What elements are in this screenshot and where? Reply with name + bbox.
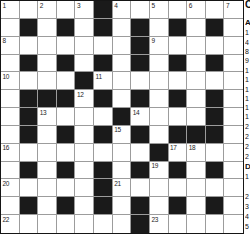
clue-number-11: 11 bbox=[96, 73, 102, 80]
across-clue-number-20: 2 bbox=[245, 123, 249, 130]
white-cell-r3c7[interactable] bbox=[113, 37, 132, 55]
black-cell-r10c8 bbox=[131, 162, 150, 180]
across-clue-number-16: 1 bbox=[245, 104, 249, 111]
white-cell-r9c13[interactable] bbox=[224, 144, 243, 162]
clue-column-clipped: CA14891111112222D12345 bbox=[245, 0, 250, 234]
white-cell-r9c1[interactable]: 16 bbox=[1, 144, 20, 162]
clue-number-5: 5 bbox=[151, 2, 154, 9]
white-cell-r12c3[interactable] bbox=[38, 197, 57, 215]
across-clue-number-13: 1 bbox=[245, 86, 249, 93]
clue-number-7: 7 bbox=[226, 2, 229, 9]
across-clue-number-22: 2 bbox=[245, 143, 249, 150]
white-cell-r13c3[interactable] bbox=[38, 215, 57, 233]
black-cell-r8c11 bbox=[187, 126, 206, 144]
down-clue-number-1: 1 bbox=[245, 173, 249, 180]
white-cell-r3c9[interactable]: 9 bbox=[150, 37, 169, 55]
clue-number-23: 23 bbox=[151, 216, 158, 223]
white-cell-r6c11[interactable] bbox=[187, 90, 206, 108]
white-cell-r3c6[interactable] bbox=[94, 37, 113, 55]
black-cell-r4c10 bbox=[169, 55, 188, 73]
across-clue-number-1: 1 bbox=[245, 29, 249, 36]
crossword-grid: 1234567891011121314151617181920212223 bbox=[0, 0, 244, 234]
white-cell-r9c4[interactable] bbox=[57, 144, 76, 162]
clue-number-4: 4 bbox=[114, 2, 117, 9]
black-cell-r2c2 bbox=[20, 19, 39, 37]
white-cell-r6c5[interactable]: 12 bbox=[75, 90, 94, 108]
white-cell-r8c3[interactable] bbox=[38, 126, 57, 144]
clue-number-18: 18 bbox=[189, 144, 196, 151]
white-cell-r6c7[interactable] bbox=[113, 90, 132, 108]
white-cell-r3c1[interactable]: 8 bbox=[1, 37, 20, 55]
white-cell-r13c9[interactable]: 23 bbox=[150, 215, 169, 233]
white-cell-r5c11[interactable] bbox=[187, 72, 206, 90]
white-cell-r11c9[interactable] bbox=[150, 179, 169, 197]
white-cell-r13c6[interactable] bbox=[94, 215, 113, 233]
white-cell-r11c3[interactable] bbox=[38, 179, 57, 197]
white-cell-r3c11[interactable] bbox=[187, 37, 206, 55]
white-cell-r2c13[interactable] bbox=[224, 19, 243, 37]
clue-number-3: 3 bbox=[77, 2, 80, 9]
white-cell-r4c7[interactable] bbox=[113, 55, 132, 73]
white-cell-r10c11[interactable] bbox=[187, 162, 206, 180]
across-clue-number-17: 1 bbox=[245, 113, 249, 120]
white-cell-r5c2[interactable] bbox=[20, 72, 39, 90]
across-clue-number-21: 2 bbox=[245, 133, 249, 140]
white-cell-r13c10[interactable] bbox=[169, 215, 188, 233]
black-cell-r10c12 bbox=[206, 162, 225, 180]
white-cell-r3c3[interactable] bbox=[38, 37, 57, 55]
clue-number-17: 17 bbox=[170, 144, 177, 151]
black-cell-r10c2 bbox=[20, 162, 39, 180]
clue-number-20: 20 bbox=[3, 180, 10, 187]
white-cell-r9c3[interactable] bbox=[38, 144, 57, 162]
down-clue-number-4: 4 bbox=[245, 213, 249, 220]
white-cell-r11c5[interactable] bbox=[75, 179, 94, 197]
white-cell-r2c1[interactable] bbox=[1, 19, 20, 37]
clue-number-19: 19 bbox=[151, 162, 158, 169]
white-cell-r13c12[interactable] bbox=[206, 215, 225, 233]
white-cell-r10c1[interactable] bbox=[1, 162, 20, 180]
black-cell-r11c6 bbox=[94, 179, 113, 197]
white-cell-r1c10[interactable] bbox=[169, 1, 188, 19]
black-cell-r12c10 bbox=[169, 197, 188, 215]
black-cell-r4c12 bbox=[206, 55, 225, 73]
down-clue-number-5: 5 bbox=[245, 223, 249, 230]
white-cell-r8c7[interactable]: 15 bbox=[113, 126, 132, 144]
white-cell-r10c9[interactable]: 19 bbox=[150, 162, 169, 180]
black-cell-r8c2 bbox=[20, 126, 39, 144]
white-cell-r2c9[interactable] bbox=[150, 19, 169, 37]
black-cell-r13c8 bbox=[131, 215, 150, 233]
white-cell-r1c11[interactable]: 6 bbox=[187, 1, 206, 19]
black-cell-r12c12 bbox=[206, 197, 225, 215]
white-cell-r1c8[interactable] bbox=[131, 1, 150, 19]
down-heading-fragment: D bbox=[245, 163, 250, 171]
black-cell-r6c12 bbox=[206, 90, 225, 108]
white-cell-r11c10[interactable] bbox=[169, 179, 188, 197]
black-cell-r10c6 bbox=[94, 162, 113, 180]
puzzle-title-fragment: C bbox=[245, 0, 250, 10]
white-cell-r13c4[interactable] bbox=[57, 215, 76, 233]
white-cell-r12c7[interactable] bbox=[113, 197, 132, 215]
black-cell-r8c6 bbox=[94, 126, 113, 144]
white-cell-r4c3[interactable] bbox=[38, 55, 57, 73]
black-cell-r12c2 bbox=[20, 197, 39, 215]
black-cell-r8c10 bbox=[169, 126, 188, 144]
black-cell-r6c8 bbox=[131, 90, 150, 108]
white-cell-r9c5[interactable] bbox=[75, 144, 94, 162]
across-clue-number-23: 2 bbox=[245, 153, 249, 160]
black-cell-r1c6 bbox=[94, 1, 113, 19]
white-cell-r1c3[interactable]: 2 bbox=[38, 1, 57, 19]
white-cell-r5c12[interactable] bbox=[206, 72, 225, 90]
white-cell-r3c5[interactable] bbox=[75, 37, 94, 55]
white-cell-r1c9[interactable]: 5 bbox=[150, 1, 169, 19]
white-cell-r13c1[interactable]: 22 bbox=[1, 215, 20, 233]
white-cell-r11c4[interactable] bbox=[57, 179, 76, 197]
white-cell-r9c7[interactable] bbox=[113, 144, 132, 162]
white-cell-r12c13[interactable] bbox=[224, 197, 243, 215]
white-cell-r7c10[interactable] bbox=[169, 108, 188, 126]
across-clue-number-10: 1 bbox=[245, 67, 249, 74]
white-cell-r9c8[interactable] bbox=[131, 144, 150, 162]
white-cell-r7c8[interactable]: 14 bbox=[131, 108, 150, 126]
white-cell-r13c13[interactable] bbox=[224, 215, 243, 233]
clue-number-6: 6 bbox=[189, 2, 192, 9]
white-cell-r2c3[interactable] bbox=[38, 19, 57, 37]
white-cell-r7c4[interactable] bbox=[57, 108, 76, 126]
clue-number-13: 13 bbox=[40, 109, 47, 116]
white-cell-r2c7[interactable] bbox=[113, 19, 132, 37]
white-cell-r5c3[interactable] bbox=[38, 72, 57, 90]
white-cell-r5c13[interactable] bbox=[224, 72, 243, 90]
across-heading-fragment: A bbox=[245, 19, 250, 27]
white-cell-r1c12[interactable] bbox=[206, 1, 225, 19]
white-cell-r12c1[interactable] bbox=[1, 197, 20, 215]
white-cell-r5c6[interactable]: 11 bbox=[94, 72, 113, 90]
white-cell-r6c9[interactable] bbox=[150, 90, 169, 108]
clue-number-8: 8 bbox=[3, 37, 6, 44]
white-cell-r4c9[interactable] bbox=[150, 55, 169, 73]
white-cell-r5c10[interactable] bbox=[169, 72, 188, 90]
white-cell-r1c4[interactable] bbox=[57, 1, 76, 19]
down-clue-number-3: 3 bbox=[245, 203, 249, 210]
black-cell-r6c4 bbox=[57, 90, 76, 108]
white-cell-r7c9[interactable] bbox=[150, 108, 169, 126]
clue-number-15: 15 bbox=[114, 126, 121, 133]
across-clue-number-8: 8 bbox=[245, 48, 249, 55]
white-cell-r4c5[interactable] bbox=[75, 55, 94, 73]
white-cell-r11c7[interactable]: 21 bbox=[113, 179, 132, 197]
white-cell-r4c1[interactable] bbox=[1, 55, 20, 73]
white-cell-r1c13[interactable]: 7 bbox=[224, 1, 243, 19]
clue-number-16: 16 bbox=[3, 144, 10, 151]
black-cell-r12c4 bbox=[57, 197, 76, 215]
black-cell-r4c4 bbox=[57, 55, 76, 73]
white-cell-r13c11[interactable] bbox=[187, 215, 206, 233]
black-cell-r4c8 bbox=[131, 55, 150, 73]
black-cell-r4c2 bbox=[20, 55, 39, 73]
black-cell-r10c10 bbox=[169, 162, 188, 180]
white-cell-r7c11[interactable] bbox=[187, 108, 206, 126]
white-cell-r3c10[interactable] bbox=[169, 37, 188, 55]
down-clue-number-2: 2 bbox=[245, 193, 249, 200]
white-cell-r11c13[interactable] bbox=[224, 179, 243, 197]
white-cell-r2c11[interactable] bbox=[187, 19, 206, 37]
white-cell-r10c5[interactable] bbox=[75, 162, 94, 180]
white-cell-r8c13[interactable] bbox=[224, 126, 243, 144]
black-cell-r8c12 bbox=[206, 126, 225, 144]
black-cell-r4c6 bbox=[94, 55, 113, 73]
white-cell-r7c3[interactable]: 13 bbox=[38, 108, 57, 126]
white-cell-r9c12[interactable] bbox=[206, 144, 225, 162]
white-cell-r11c12[interactable] bbox=[206, 179, 225, 197]
white-cell-r3c4[interactable] bbox=[57, 37, 76, 55]
black-cell-r2c4 bbox=[57, 19, 76, 37]
white-cell-r4c11[interactable] bbox=[187, 55, 206, 73]
white-cell-r3c12[interactable] bbox=[206, 37, 225, 55]
white-cell-r11c1[interactable]: 20 bbox=[1, 179, 20, 197]
black-cell-r8c4 bbox=[57, 126, 76, 144]
white-cell-r6c13[interactable] bbox=[224, 90, 243, 108]
black-cell-r8c8 bbox=[131, 126, 150, 144]
white-cell-r1c1[interactable]: 1 bbox=[1, 1, 20, 19]
black-cell-r2c8 bbox=[131, 19, 150, 37]
black-cell-r6c2 bbox=[20, 90, 39, 108]
across-clue-number-14: 1 bbox=[245, 95, 249, 102]
white-cell-r8c1[interactable] bbox=[1, 126, 20, 144]
clue-number-2: 2 bbox=[40, 2, 43, 9]
across-clue-number-9: 9 bbox=[245, 57, 249, 64]
white-cell-r12c9[interactable] bbox=[150, 197, 169, 215]
clue-number-14: 14 bbox=[133, 109, 140, 116]
white-cell-r7c1[interactable] bbox=[1, 108, 20, 126]
white-cell-r5c7[interactable] bbox=[113, 72, 132, 90]
white-cell-r3c13[interactable] bbox=[224, 37, 243, 55]
black-cell-r2c10 bbox=[169, 19, 188, 37]
black-cell-r5c5 bbox=[75, 72, 94, 90]
white-cell-r9c10[interactable]: 17 bbox=[169, 144, 188, 162]
clue-number-22: 22 bbox=[3, 216, 10, 223]
white-cell-r9c2[interactable] bbox=[20, 144, 39, 162]
black-cell-r9c9 bbox=[150, 144, 169, 162]
white-cell-r11c2[interactable] bbox=[20, 179, 39, 197]
black-cell-r12c8 bbox=[131, 197, 150, 215]
black-cell-r7c12 bbox=[206, 108, 225, 126]
white-cell-r13c2[interactable] bbox=[20, 215, 39, 233]
white-cell-r8c9[interactable] bbox=[150, 126, 169, 144]
white-cell-r5c8[interactable] bbox=[131, 72, 150, 90]
clue-number-1: 1 bbox=[3, 2, 6, 9]
white-cell-r5c4[interactable] bbox=[57, 72, 76, 90]
white-cell-r6c1[interactable] bbox=[1, 90, 20, 108]
white-cell-r10c7[interactable] bbox=[113, 162, 132, 180]
white-cell-r10c13[interactable] bbox=[224, 162, 243, 180]
across-clue-number-4: 4 bbox=[245, 39, 249, 46]
white-cell-r1c2[interactable] bbox=[20, 1, 39, 19]
clue-number-12: 12 bbox=[77, 91, 84, 98]
white-cell-r3c2[interactable] bbox=[20, 37, 39, 55]
white-cell-r4c13[interactable] bbox=[224, 55, 243, 73]
across-clue-number-11: 1 bbox=[245, 76, 249, 83]
white-cell-r11c8[interactable] bbox=[131, 179, 150, 197]
white-cell-r13c5[interactable] bbox=[75, 215, 94, 233]
white-cell-r12c11[interactable] bbox=[187, 197, 206, 215]
white-cell-r13c7[interactable] bbox=[113, 215, 132, 233]
white-cell-r1c7[interactable]: 4 bbox=[113, 1, 132, 19]
white-cell-r11c11[interactable] bbox=[187, 179, 206, 197]
clue-number-10: 10 bbox=[3, 73, 10, 80]
white-cell-r5c1[interactable]: 10 bbox=[1, 72, 20, 90]
clue-number-9: 9 bbox=[151, 37, 154, 44]
black-cell-r6c3 bbox=[38, 90, 57, 108]
black-cell-r12c6 bbox=[94, 197, 113, 215]
white-cell-r7c13[interactable] bbox=[224, 108, 243, 126]
white-cell-r2c5[interactable] bbox=[75, 19, 94, 37]
white-cell-r8c5[interactable] bbox=[75, 126, 94, 144]
white-cell-r7c5[interactable] bbox=[75, 108, 94, 126]
white-cell-r7c6[interactable] bbox=[94, 108, 113, 126]
white-cell-r9c6[interactable] bbox=[94, 144, 113, 162]
black-cell-r7c7 bbox=[113, 108, 132, 126]
white-cell-r1c5[interactable]: 3 bbox=[75, 1, 94, 19]
black-cell-r10c4 bbox=[57, 162, 76, 180]
clue-number-21: 21 bbox=[114, 180, 121, 187]
white-cell-r5c9[interactable] bbox=[150, 72, 169, 90]
white-cell-r12c5[interactable] bbox=[75, 197, 94, 215]
white-cell-r10c3[interactable] bbox=[38, 162, 57, 180]
black-cell-r3c8 bbox=[131, 37, 150, 55]
black-cell-r7c2 bbox=[20, 108, 39, 126]
black-cell-r2c12 bbox=[206, 19, 225, 37]
black-cell-r2c6 bbox=[94, 19, 113, 37]
white-cell-r9c11[interactable]: 18 bbox=[187, 144, 206, 162]
black-cell-r6c6 bbox=[94, 90, 113, 108]
black-cell-r6c10 bbox=[169, 90, 188, 108]
